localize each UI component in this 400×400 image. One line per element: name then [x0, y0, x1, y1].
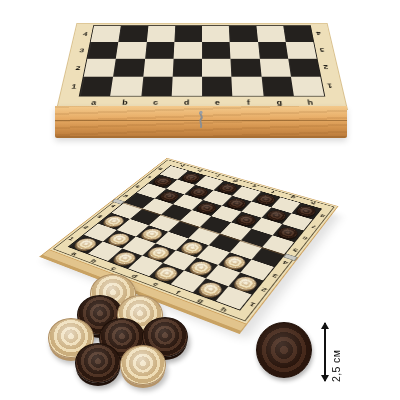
product-photo-canvas: 44332211abcdefgh abcdefgh887766554433221… [0, 0, 400, 400]
closed-box-grid: 44332211abcdefgh [57, 24, 347, 110]
loose-pieces-cluster [45, 268, 195, 398]
piece-size-figure: 2,5 см [252, 320, 372, 392]
board-square [173, 42, 202, 59]
board-square [256, 26, 285, 42]
board-square [229, 26, 258, 42]
board-square [146, 26, 175, 42]
board-square [119, 26, 148, 42]
board-square [202, 26, 230, 42]
rank-label-mirrored: 4 [310, 26, 327, 42]
board-square [259, 59, 290, 77]
board-square [87, 42, 118, 59]
dimension-arrow-icon [324, 323, 326, 381]
board-square [91, 26, 121, 42]
board-square [145, 42, 175, 59]
board-square [291, 77, 324, 96]
loose-checker-piece-dark [75, 343, 121, 383]
clasp-icon [193, 110, 209, 130]
board-square [288, 59, 320, 77]
board-square [230, 42, 260, 59]
closed-box-front-face [55, 106, 347, 138]
board-square [141, 77, 172, 96]
checker-piece-top-view [256, 322, 312, 378]
board-square [116, 42, 146, 59]
closed-box-top-face: 44332211abcdefgh [56, 23, 348, 110]
board-square [174, 26, 202, 42]
board-square [110, 77, 142, 96]
rank-label-mirrored: 3 [313, 42, 331, 59]
board-square [232, 77, 263, 96]
board-square [283, 26, 313, 42]
dimension-label: 2,5 см [330, 322, 342, 382]
board-square [202, 59, 232, 77]
board-square [261, 77, 293, 96]
board-square [231, 59, 261, 77]
board-square [84, 59, 116, 77]
arrowhead-up-icon [321, 322, 329, 329]
board-square [202, 77, 233, 96]
board-square [143, 59, 173, 77]
loose-checker-piece-light [120, 345, 166, 385]
board-square [202, 42, 231, 59]
board-square [172, 59, 202, 77]
board-square [80, 77, 113, 96]
board-square [171, 77, 202, 96]
closed-folding-board-box: 44332211abcdefgh [55, 6, 347, 138]
board-square [258, 42, 288, 59]
board-square [285, 42, 316, 59]
rank-label-mirrored: 1 [320, 77, 339, 96]
arrowhead-down-icon [321, 375, 329, 382]
rank-label-mirrored: 2 [317, 59, 336, 77]
board-square [113, 59, 144, 77]
